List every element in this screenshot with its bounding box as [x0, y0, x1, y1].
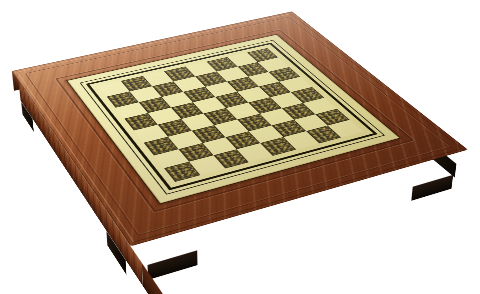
square-c4[interactable]: [181, 113, 215, 130]
square-h2[interactable]: [315, 109, 350, 126]
square-b5[interactable]: [148, 108, 181, 125]
square-f1[interactable]: [283, 131, 318, 149]
squares-grid: [98, 48, 363, 182]
board-foot-front-right: [411, 175, 453, 201]
square-e3[interactable]: [237, 114, 271, 131]
square-a2[interactable]: [154, 149, 189, 168]
square-d1[interactable]: [237, 143, 273, 162]
square-b1[interactable]: [189, 156, 225, 176]
square-a5[interactable]: [124, 113, 157, 130]
square-a3[interactable]: [144, 137, 178, 156]
square-d3[interactable]: [214, 119, 248, 137]
square-a1[interactable]: [164, 162, 200, 182]
square-g1[interactable]: [306, 126, 341, 144]
brass-plate: [67, 35, 399, 204]
square-g2[interactable]: [293, 114, 328, 131]
square-f3[interactable]: [259, 108, 293, 125]
chess-board: [12, 12, 468, 247]
square-d4[interactable]: [204, 108, 237, 125]
square-b2[interactable]: [178, 143, 213, 162]
wood-frame: [12, 12, 468, 247]
board-foot-front-left: [147, 250, 197, 280]
square-c2[interactable]: [202, 137, 237, 156]
square-e2[interactable]: [248, 125, 283, 143]
square-b3[interactable]: [168, 131, 202, 149]
square-h1[interactable]: [328, 120, 363, 138]
square-a4[interactable]: [134, 125, 168, 143]
photo-stage: [0, 0, 480, 294]
square-c1[interactable]: [213, 149, 249, 168]
square-f2[interactable]: [271, 120, 306, 138]
square-c3[interactable]: [191, 125, 225, 143]
square-b4[interactable]: [158, 119, 192, 137]
square-e1[interactable]: [260, 137, 296, 156]
square-d2[interactable]: [225, 131, 260, 149]
